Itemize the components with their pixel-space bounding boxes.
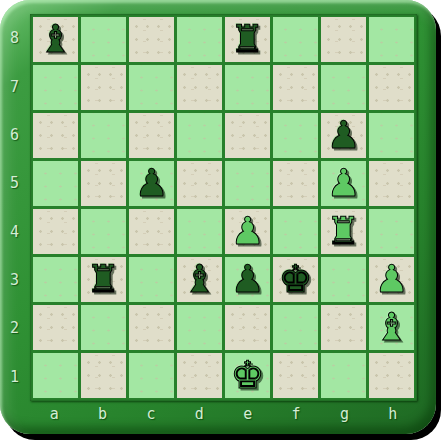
square-h6[interactable] xyxy=(369,113,414,158)
rank-labels: 87654321 xyxy=(0,14,29,401)
square-d8[interactable] xyxy=(177,17,222,62)
piece-white-pawn[interactable]: ♟ xyxy=(230,209,264,254)
square-f2[interactable] xyxy=(273,305,318,350)
file-label-h: h xyxy=(369,401,417,427)
piece-black-bishop[interactable]: ♝ xyxy=(38,17,72,62)
square-b4[interactable] xyxy=(81,209,126,254)
square-d6[interactable] xyxy=(177,113,222,158)
square-e4[interactable]: ♟ xyxy=(225,209,270,254)
square-g8[interactable] xyxy=(321,17,366,62)
square-e3[interactable]: ♟ xyxy=(225,257,270,302)
square-d5[interactable] xyxy=(177,161,222,206)
square-a2[interactable] xyxy=(33,305,78,350)
piece-black-rook[interactable]: ♜ xyxy=(230,17,264,62)
board-frame: 87654321 ♝♜♟♟♟♟♜♜♝♟♚♟♝♚ abcdefgh xyxy=(0,0,436,434)
square-c3[interactable] xyxy=(129,257,174,302)
square-f4[interactable] xyxy=(273,209,318,254)
square-c7[interactable] xyxy=(129,65,174,110)
piece-black-pawn[interactable]: ♟ xyxy=(230,257,264,302)
piece-white-pawn[interactable]: ♟ xyxy=(374,257,408,302)
square-g1[interactable] xyxy=(321,353,366,398)
square-d2[interactable] xyxy=(177,305,222,350)
square-f8[interactable] xyxy=(273,17,318,62)
square-f6[interactable] xyxy=(273,113,318,158)
chess-board[interactable]: ♝♜♟♟♟♟♜♜♝♟♚♟♝♚ xyxy=(30,14,417,401)
square-e2[interactable] xyxy=(225,305,270,350)
square-h5[interactable] xyxy=(369,161,414,206)
file-label-a: a xyxy=(30,401,78,427)
square-a4[interactable] xyxy=(33,209,78,254)
square-b7[interactable] xyxy=(81,65,126,110)
square-h3[interactable]: ♟ xyxy=(369,257,414,302)
square-h8[interactable] xyxy=(369,17,414,62)
square-b8[interactable] xyxy=(81,17,126,62)
square-d7[interactable] xyxy=(177,65,222,110)
rank-label-1: 1 xyxy=(0,353,29,401)
file-label-e: e xyxy=(224,401,272,427)
rank-label-2: 2 xyxy=(0,304,29,352)
square-e7[interactable] xyxy=(225,65,270,110)
square-e8[interactable]: ♜ xyxy=(225,17,270,62)
square-g7[interactable] xyxy=(321,65,366,110)
square-b2[interactable] xyxy=(81,305,126,350)
square-h2[interactable]: ♝ xyxy=(369,305,414,350)
rank-label-7: 7 xyxy=(0,62,29,110)
square-f1[interactable] xyxy=(273,353,318,398)
rank-label-6: 6 xyxy=(0,111,29,159)
file-label-g: g xyxy=(320,401,368,427)
rank-label-8: 8 xyxy=(0,14,29,62)
rank-label-3: 3 xyxy=(0,256,29,304)
square-c1[interactable] xyxy=(129,353,174,398)
piece-black-bishop[interactable]: ♝ xyxy=(182,257,216,302)
square-g3[interactable] xyxy=(321,257,366,302)
square-c8[interactable] xyxy=(129,17,174,62)
file-label-d: d xyxy=(175,401,223,427)
square-c6[interactable] xyxy=(129,113,174,158)
square-g4[interactable]: ♜ xyxy=(321,209,366,254)
piece-black-pawn[interactable]: ♟ xyxy=(326,113,360,158)
square-d3[interactable]: ♝ xyxy=(177,257,222,302)
square-b1[interactable] xyxy=(81,353,126,398)
square-d1[interactable] xyxy=(177,353,222,398)
square-f3[interactable]: ♚ xyxy=(273,257,318,302)
square-c4[interactable] xyxy=(129,209,174,254)
piece-black-rook[interactable]: ♜ xyxy=(86,257,120,302)
square-h1[interactable] xyxy=(369,353,414,398)
square-h7[interactable] xyxy=(369,65,414,110)
square-a1[interactable] xyxy=(33,353,78,398)
square-a8[interactable]: ♝ xyxy=(33,17,78,62)
square-h4[interactable] xyxy=(369,209,414,254)
square-g5[interactable]: ♟ xyxy=(321,161,366,206)
square-f5[interactable] xyxy=(273,161,318,206)
square-f7[interactable] xyxy=(273,65,318,110)
piece-white-king[interactable]: ♚ xyxy=(230,353,264,398)
piece-black-pawn[interactable]: ♟ xyxy=(134,161,168,206)
file-label-b: b xyxy=(78,401,126,427)
square-a7[interactable] xyxy=(33,65,78,110)
square-c5[interactable]: ♟ xyxy=(129,161,174,206)
piece-black-king[interactable]: ♚ xyxy=(278,257,312,302)
piece-white-bishop[interactable]: ♝ xyxy=(374,305,408,350)
square-e5[interactable] xyxy=(225,161,270,206)
square-a6[interactable] xyxy=(33,113,78,158)
square-b6[interactable] xyxy=(81,113,126,158)
square-e6[interactable] xyxy=(225,113,270,158)
file-label-f: f xyxy=(272,401,320,427)
square-g6[interactable]: ♟ xyxy=(321,113,366,158)
square-b5[interactable] xyxy=(81,161,126,206)
square-e1[interactable]: ♚ xyxy=(225,353,270,398)
square-c2[interactable] xyxy=(129,305,174,350)
square-g2[interactable] xyxy=(321,305,366,350)
file-labels: abcdefgh xyxy=(30,401,417,427)
square-a3[interactable] xyxy=(33,257,78,302)
square-a5[interactable] xyxy=(33,161,78,206)
file-label-c: c xyxy=(127,401,175,427)
rank-label-4: 4 xyxy=(0,208,29,256)
piece-white-pawn[interactable]: ♟ xyxy=(326,161,360,206)
square-d4[interactable] xyxy=(177,209,222,254)
square-b3[interactable]: ♜ xyxy=(81,257,126,302)
rank-label-5: 5 xyxy=(0,159,29,207)
piece-white-rook[interactable]: ♜ xyxy=(326,209,360,254)
